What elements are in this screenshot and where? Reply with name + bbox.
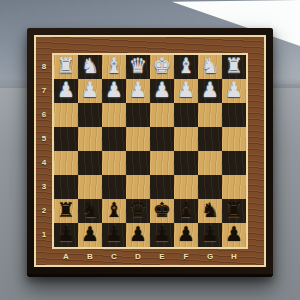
square-f7[interactable]: ♟: [174, 79, 198, 103]
square-g1[interactable]: ♟: [198, 223, 222, 247]
silver-pawn-piece[interactable]: ♟: [81, 78, 99, 102]
square-b2[interactable]: ♞: [78, 199, 102, 223]
black-rook-piece[interactable]: ♜: [225, 198, 243, 222]
black-rook-piece[interactable]: ♜: [57, 198, 75, 222]
silver-bishop-piece[interactable]: ♝: [177, 54, 195, 78]
square-a3[interactable]: [54, 175, 78, 199]
square-f4[interactable]: [174, 151, 198, 175]
black-pawn-piece[interactable]: ♟: [81, 222, 99, 246]
square-e2[interactable]: ♚: [150, 199, 174, 223]
black-pawn-piece[interactable]: ♟: [177, 222, 195, 246]
square-g4[interactable]: [198, 151, 222, 175]
square-b3[interactable]: [78, 175, 102, 199]
square-e4[interactable]: [150, 151, 174, 175]
board-box-frame: 87654321 ♜♞♝♛♚♝♞♜♟♟♟♟♟♟♟♟♜♞♝♛♚♝♞♜♟♟♟♟♟♟♟…: [27, 28, 273, 277]
silver-pawn-piece[interactable]: ♟: [57, 78, 75, 102]
file-label-b: B: [78, 249, 102, 265]
black-pawn-piece[interactable]: ♟: [201, 222, 219, 246]
square-d5[interactable]: [126, 127, 150, 151]
square-f1[interactable]: ♟: [174, 223, 198, 247]
square-g6[interactable]: [198, 103, 222, 127]
square-b6[interactable]: [78, 103, 102, 127]
file-label-a: A: [54, 249, 78, 265]
silver-pawn-piece[interactable]: ♟: [201, 78, 219, 102]
square-e7[interactable]: ♟: [150, 79, 174, 103]
silver-pawn-piece[interactable]: ♟: [177, 78, 195, 102]
square-a5[interactable]: [54, 127, 78, 151]
black-pawn-piece[interactable]: ♟: [57, 222, 75, 246]
file-label-d: D: [126, 249, 150, 265]
square-b5[interactable]: [78, 127, 102, 151]
square-c2[interactable]: ♝: [102, 199, 126, 223]
square-a7[interactable]: ♟: [54, 79, 78, 103]
file-labels: ABCDEFGH: [36, 249, 264, 265]
chess-set-photo: 87654321 ♜♞♝♛♚♝♞♜♟♟♟♟♟♟♟♟♜♞♝♛♚♝♞♜♟♟♟♟♟♟♟…: [0, 0, 300, 300]
square-a8[interactable]: ♜: [54, 55, 78, 79]
square-g3[interactable]: [198, 175, 222, 199]
square-h4[interactable]: [222, 151, 246, 175]
square-c4[interactable]: [102, 151, 126, 175]
rank-label-1: 1: [36, 223, 52, 247]
square-g7[interactable]: ♟: [198, 79, 222, 103]
rank-labels: 87654321: [36, 53, 52, 249]
square-d8[interactable]: ♛: [126, 55, 150, 79]
square-d3[interactable]: [126, 175, 150, 199]
board-border: 87654321 ♜♞♝♛♚♝♞♜♟♟♟♟♟♟♟♟♜♞♝♛♚♝♞♜♟♟♟♟♟♟♟…: [34, 35, 266, 267]
rank-label-3: 3: [36, 175, 52, 199]
square-c5[interactable]: [102, 127, 126, 151]
black-king-piece[interactable]: ♚: [153, 198, 171, 222]
silver-king-piece[interactable]: ♚: [153, 54, 171, 78]
silver-bishop-piece[interactable]: ♝: [105, 54, 123, 78]
square-g2[interactable]: ♞: [198, 199, 222, 223]
black-queen-piece[interactable]: ♛: [129, 198, 147, 222]
square-f8[interactable]: ♝: [174, 55, 198, 79]
square-h8[interactable]: ♜: [222, 55, 246, 79]
silver-queen-piece[interactable]: ♛: [129, 54, 147, 78]
square-a2[interactable]: ♜: [54, 199, 78, 223]
border-strip-top: [36, 37, 264, 53]
silver-pawn-piece[interactable]: ♟: [225, 78, 243, 102]
square-e8[interactable]: ♚: [150, 55, 174, 79]
square-c6[interactable]: [102, 103, 126, 127]
board-squares: ♜♞♝♛♚♝♞♜♟♟♟♟♟♟♟♟♜♞♝♛♚♝♞♜♟♟♟♟♟♟♟♟: [52, 53, 248, 249]
square-e1[interactable]: ♟: [150, 223, 174, 247]
black-pawn-piece[interactable]: ♟: [153, 222, 171, 246]
square-b8[interactable]: ♞: [78, 55, 102, 79]
black-knight-piece[interactable]: ♞: [201, 198, 219, 222]
rank-label-6: 6: [36, 103, 52, 127]
square-h5[interactable]: [222, 127, 246, 151]
black-pawn-piece[interactable]: ♟: [225, 222, 243, 246]
chess-board: 87654321 ♜♞♝♛♚♝♞♜♟♟♟♟♟♟♟♟♜♞♝♛♚♝♞♜♟♟♟♟♟♟♟…: [27, 28, 273, 277]
file-label-h: H: [222, 249, 246, 265]
silver-knight-piece[interactable]: ♞: [81, 54, 99, 78]
square-f2[interactable]: ♝: [174, 199, 198, 223]
silver-pawn-piece[interactable]: ♟: [153, 78, 171, 102]
file-label-e: E: [150, 249, 174, 265]
square-e5[interactable]: [150, 127, 174, 151]
border-strip-right: [248, 53, 264, 249]
rank-label-8: 8: [36, 55, 52, 79]
square-f6[interactable]: [174, 103, 198, 127]
rank-label-2: 2: [36, 199, 52, 223]
file-label-g: G: [198, 249, 222, 265]
silver-pawn-piece[interactable]: ♟: [129, 78, 147, 102]
rank-label-4: 4: [36, 151, 52, 175]
square-h6[interactable]: [222, 103, 246, 127]
black-bishop-piece[interactable]: ♝: [105, 198, 123, 222]
square-h7[interactable]: ♟: [222, 79, 246, 103]
black-pawn-piece[interactable]: ♟: [129, 222, 147, 246]
square-g8[interactable]: ♞: [198, 55, 222, 79]
square-c7[interactable]: ♟: [102, 79, 126, 103]
silver-knight-piece[interactable]: ♞: [201, 54, 219, 78]
file-label-c: C: [102, 249, 126, 265]
square-h3[interactable]: [222, 175, 246, 199]
square-a4[interactable]: [54, 151, 78, 175]
square-e6[interactable]: [150, 103, 174, 127]
square-d4[interactable]: [126, 151, 150, 175]
square-g5[interactable]: [198, 127, 222, 151]
square-f5[interactable]: [174, 127, 198, 151]
square-h2[interactable]: ♜: [222, 199, 246, 223]
square-e3[interactable]: [150, 175, 174, 199]
rank-label-5: 5: [36, 127, 52, 151]
black-bishop-piece[interactable]: ♝: [177, 198, 195, 222]
square-d6[interactable]: [126, 103, 150, 127]
square-c1[interactable]: ♟: [102, 223, 126, 247]
file-label-f: F: [174, 249, 198, 265]
black-pawn-piece[interactable]: ♟: [105, 222, 123, 246]
silver-rook-piece[interactable]: ♜: [57, 54, 75, 78]
silver-pawn-piece[interactable]: ♟: [105, 78, 123, 102]
square-a6[interactable]: [54, 103, 78, 127]
square-d2[interactable]: ♛: [126, 199, 150, 223]
square-b4[interactable]: [78, 151, 102, 175]
square-b1[interactable]: ♟: [78, 223, 102, 247]
square-c3[interactable]: [102, 175, 126, 199]
square-d7[interactable]: ♟: [126, 79, 150, 103]
square-h1[interactable]: ♟: [222, 223, 246, 247]
square-b7[interactable]: ♟: [78, 79, 102, 103]
silver-rook-piece[interactable]: ♜: [225, 54, 243, 78]
square-a1[interactable]: ♟: [54, 223, 78, 247]
square-c8[interactable]: ♝: [102, 55, 126, 79]
black-knight-piece[interactable]: ♞: [81, 198, 99, 222]
square-d1[interactable]: ♟: [126, 223, 150, 247]
rank-label-7: 7: [36, 79, 52, 103]
square-f3[interactable]: [174, 175, 198, 199]
